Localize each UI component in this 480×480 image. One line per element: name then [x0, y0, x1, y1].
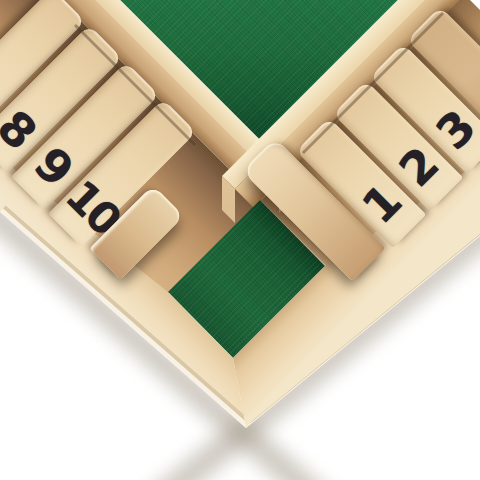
board-photo: 8 9 10 1 2 3 — [0, 0, 480, 480]
